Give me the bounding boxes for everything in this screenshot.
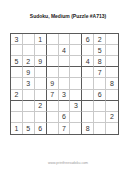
cell-r8c4 — [47, 112, 59, 123]
cell-r9c9 — [106, 123, 118, 134]
cell-r1c6 — [70, 34, 82, 45]
cell-r3c1: 5 — [11, 56, 23, 67]
cell-r5c2: 3 — [23, 78, 35, 89]
cell-r9c7: 8 — [82, 123, 94, 134]
cell-r7c6: 3 — [70, 101, 82, 112]
cell-r7c7 — [82, 101, 94, 112]
cell-r3c3: 9 — [35, 56, 47, 67]
sudoku-grid: 31624552948973982736236215678 — [10, 33, 119, 135]
cell-r9c5: 7 — [59, 123, 71, 134]
cell-r7c9 — [106, 101, 118, 112]
cell-r5c8 — [94, 78, 106, 89]
cell-r7c5 — [59, 101, 71, 112]
cell-r1c4 — [47, 34, 59, 45]
cell-r5c6 — [70, 78, 82, 89]
cell-r3c7: 4 — [82, 56, 94, 67]
cell-r2c3 — [35, 45, 47, 56]
cell-r6c8: 6 — [94, 90, 106, 101]
cell-r8c6 — [70, 112, 82, 123]
cell-r4c7 — [82, 67, 94, 78]
cell-r5c4: 9 — [47, 78, 59, 89]
cell-r2c6 — [70, 45, 82, 56]
cell-r4c8: 7 — [94, 67, 106, 78]
cell-r6c2 — [23, 90, 35, 101]
sudoku-page: Sudoku, Medium (Puzzle #A713) 3162455294… — [0, 0, 136, 176]
cell-r2c8: 5 — [94, 45, 106, 56]
cell-r6c4: 7 — [47, 90, 59, 101]
cell-r8c2 — [23, 112, 35, 123]
cell-r2c5: 4 — [59, 45, 71, 56]
cell-r5c3 — [35, 78, 47, 89]
cell-r1c7: 6 — [82, 34, 94, 45]
cell-r7c2 — [23, 101, 35, 112]
cell-r8c7 — [82, 112, 94, 123]
cell-r7c1 — [11, 101, 23, 112]
cell-r1c1: 3 — [11, 34, 23, 45]
cell-r3c2: 2 — [23, 56, 35, 67]
cell-r4c3 — [35, 67, 47, 78]
cell-r4c6 — [70, 67, 82, 78]
cell-r8c9: 2 — [106, 112, 118, 123]
cell-r3c4 — [47, 56, 59, 67]
cell-r3c6 — [70, 56, 82, 67]
cell-r5c1 — [11, 78, 23, 89]
cell-r1c3: 1 — [35, 34, 47, 45]
cell-r8c3 — [35, 112, 47, 123]
cell-r3c5 — [59, 56, 71, 67]
cell-r7c4 — [47, 101, 59, 112]
cell-r2c2 — [23, 45, 35, 56]
cell-r1c9 — [106, 34, 118, 45]
cell-r1c8: 2 — [94, 34, 106, 45]
cell-r9c3: 6 — [35, 123, 47, 134]
cell-r2c9 — [106, 45, 118, 56]
cell-r8c1 — [11, 112, 23, 123]
cell-r5c7 — [82, 78, 94, 89]
cell-r7c8 — [94, 101, 106, 112]
cell-r8c5: 6 — [59, 112, 71, 123]
cell-r4c5 — [59, 67, 71, 78]
cell-r3c9 — [106, 56, 118, 67]
cell-r2c4 — [47, 45, 59, 56]
cell-r6c7 — [82, 90, 94, 101]
cell-r4c9 — [106, 67, 118, 78]
cell-r4c4 — [47, 67, 59, 78]
cell-r8c8 — [94, 112, 106, 123]
cell-r6c1: 2 — [11, 90, 23, 101]
cell-r5c9: 8 — [106, 78, 118, 89]
cell-r2c7 — [82, 45, 94, 56]
cell-r7c3: 2 — [35, 101, 47, 112]
cell-r9c6 — [70, 123, 82, 134]
cell-r6c6 — [70, 90, 82, 101]
page-title: Sudoku, Medium (Puzzle #A713) — [0, 13, 136, 19]
cell-r3c8: 8 — [94, 56, 106, 67]
cell-r1c2 — [23, 34, 35, 45]
cell-r9c8 — [94, 123, 106, 134]
cell-r1c5 — [59, 34, 71, 45]
cell-r6c9 — [106, 90, 118, 101]
cell-r9c2: 5 — [23, 123, 35, 134]
cell-r5c5 — [59, 78, 71, 89]
cell-r6c5: 3 — [59, 90, 71, 101]
cell-r9c1: 1 — [11, 123, 23, 134]
cell-r6c3 — [35, 90, 47, 101]
cell-r9c4 — [47, 123, 59, 134]
cell-r2c1 — [11, 45, 23, 56]
cell-r4c2: 9 — [23, 67, 35, 78]
cell-r4c1 — [11, 67, 23, 78]
footer-url: www.printfreesudoku.com — [0, 161, 136, 165]
